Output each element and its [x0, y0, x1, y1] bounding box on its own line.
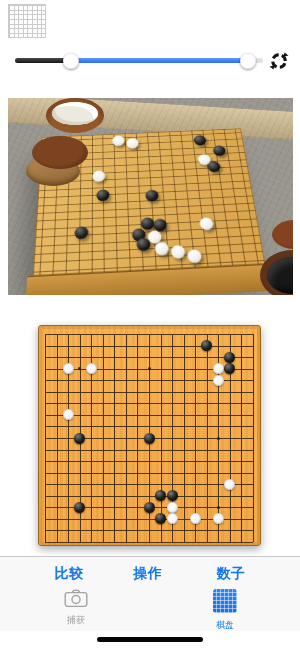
photo-white-stone: [187, 249, 202, 263]
black-stone-L5: [155, 490, 166, 501]
slider-left-thumb[interactable]: [63, 53, 79, 69]
move-range-slider: [0, 44, 300, 78]
rotate-icon: [269, 51, 289, 71]
photo-white-stone: [126, 138, 139, 149]
operate-button[interactable]: 操作: [134, 565, 163, 583]
black-stone-L3: [155, 513, 166, 524]
white-stone-Q16: [213, 363, 224, 374]
photo-white-stone: [112, 135, 124, 146]
photo-white-stones-heap: [52, 102, 98, 125]
photo-black-stone: [213, 145, 227, 156]
photo-black-stone: [96, 189, 109, 201]
black-stone-D10: [74, 433, 85, 444]
board-line: [45, 484, 253, 485]
app-screen: 比较 操作 数子 捕获 棋盘: [0, 0, 300, 649]
white-stone-R6: [224, 479, 235, 490]
tab-capture-label: 捕获: [44, 614, 108, 627]
goban-photo: [8, 98, 293, 295]
star-point: [217, 506, 220, 509]
star-point: [78, 367, 81, 370]
white-stone-C16: [63, 363, 74, 374]
go-board[interactable]: [38, 325, 261, 546]
white-stone-O3: [190, 513, 201, 524]
photo-white-stone: [199, 217, 214, 230]
white-stone-Q3: [213, 513, 224, 524]
black-stone-P18: [201, 340, 212, 351]
board-line: [45, 461, 253, 462]
board-line: [207, 334, 208, 542]
white-stone-C12: [63, 409, 74, 420]
board-line: [45, 530, 253, 531]
slider-track-selected[interactable]: [71, 58, 248, 63]
tab-board[interactable]: 棋盘: [193, 589, 257, 632]
board-line: [184, 334, 185, 542]
tab-capture[interactable]: 捕获: [44, 589, 108, 627]
board-line: [45, 542, 253, 543]
photo-white-stone: [92, 170, 105, 182]
camera-icon: [64, 589, 88, 612]
board-line: [195, 334, 196, 542]
tab-board-label: 棋盘: [193, 619, 257, 632]
photo-black-stone: [207, 161, 221, 172]
board-line: [161, 334, 162, 542]
black-stone-K4: [144, 502, 155, 513]
board-line: [253, 334, 254, 542]
white-stone-M4: [167, 502, 178, 513]
star-point: [148, 367, 151, 370]
photo-bowl-lid-dark: [32, 136, 88, 169]
black-stone-R16: [224, 363, 235, 374]
rotate-button[interactable]: [269, 51, 289, 71]
white-stone-Q15: [213, 375, 224, 386]
photo-black-stone: [145, 190, 159, 202]
count-button[interactable]: 数子: [217, 565, 246, 583]
mini-board-icon: [8, 4, 46, 38]
bottom-bar: 比较 操作 数子 捕获 棋盘: [0, 556, 300, 631]
white-stone-M3: [167, 513, 178, 524]
compare-button[interactable]: 比较: [55, 565, 84, 583]
home-indicator[interactable]: [97, 637, 203, 642]
photo-white-stone: [171, 245, 186, 259]
board-line: [45, 450, 253, 451]
board-line: [45, 496, 253, 497]
slider-right-thumb[interactable]: [240, 53, 256, 69]
black-stone-K10: [144, 433, 155, 444]
board-line: [45, 473, 253, 474]
black-stone-R17: [224, 352, 235, 363]
board-line: [241, 334, 242, 542]
black-stone-D4: [74, 502, 85, 513]
board-grid-icon: [213, 589, 237, 613]
white-stone-E16: [86, 363, 97, 374]
black-stone-M5: [167, 490, 178, 501]
photo-black-stone: [194, 135, 207, 146]
photo-black-stone: [74, 226, 88, 239]
star-point: [217, 437, 220, 440]
photo-white-stone: [155, 241, 170, 255]
